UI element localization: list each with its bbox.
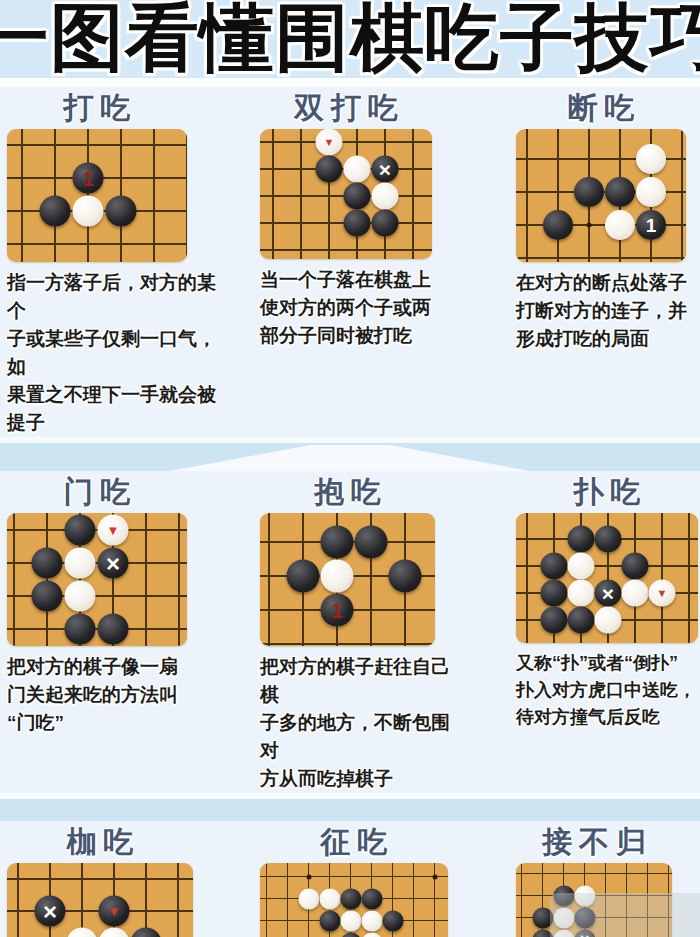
white-stone bbox=[298, 888, 319, 909]
card-puchi: 扑吃 ×▼ 又称“扑”或者“倒扑” 扑入对方虎口中送吃， 待对方撞气后反吃 bbox=[466, 471, 700, 793]
go-board-dachi: 1 bbox=[7, 129, 187, 262]
triangle-marker: ▼ bbox=[108, 905, 121, 918]
white-stone bbox=[595, 607, 622, 634]
go-board-jiachi: ×▼ bbox=[7, 863, 193, 937]
star-point bbox=[306, 874, 311, 879]
black-stone bbox=[287, 560, 320, 593]
black-stone bbox=[344, 183, 371, 210]
card-title: 门吃 bbox=[7, 471, 187, 511]
divider-highlight bbox=[0, 793, 700, 799]
black-stone: 1 bbox=[636, 210, 666, 240]
black-stone bbox=[65, 614, 96, 645]
white-stone bbox=[99, 928, 130, 937]
go-board-duanchi: 1 bbox=[516, 129, 686, 262]
go-board-shuangdachi: ▼× bbox=[260, 129, 432, 259]
divider-band-2 bbox=[0, 793, 700, 821]
white-stone bbox=[319, 888, 340, 909]
star-point bbox=[587, 223, 592, 228]
white-stone bbox=[636, 177, 666, 207]
card-title: 打吃 bbox=[7, 87, 187, 127]
card-title: 扑吃 bbox=[516, 471, 698, 511]
white-stone bbox=[361, 910, 382, 931]
black-stone: × bbox=[98, 548, 129, 579]
black-stone bbox=[605, 177, 635, 207]
card-jiachi: 枷吃 ×▼ 在对方棋子对角位将其子控 住，对方往哪边逃就追哪边， 必围棋子 bbox=[0, 821, 233, 937]
card-dachi: 打吃 1 指一方落子后，对方的某个 子或某些子仅剩一口气，如 果置之不理下一手就… bbox=[0, 87, 233, 437]
header-band: 一图看懂围棋吃子技巧 bbox=[0, 0, 700, 78]
black-stone bbox=[595, 526, 622, 553]
white-stone bbox=[65, 548, 96, 579]
black-stone bbox=[541, 553, 568, 580]
black-stone bbox=[340, 888, 361, 909]
black-stone bbox=[40, 196, 71, 227]
card-title: 接不归 bbox=[516, 821, 672, 861]
black-stone: × bbox=[372, 156, 399, 183]
card-description: 把对方的棋子像一扇 门关起来吃的方法叫 “门吃” bbox=[7, 653, 178, 737]
card-shuangdachi: 双打吃 ▼× 当一个子落在棋盘上 使对方的两个子或两 部分子同时被打吃 bbox=[233, 87, 466, 437]
techniques-row-1: 打吃 1 指一方落子后，对方的某个 子或某些子仅剩一口气，如 果置之不理下一手就… bbox=[0, 87, 700, 437]
card-title: 枷吃 bbox=[7, 821, 193, 861]
black-stone bbox=[543, 210, 573, 240]
black-stone bbox=[382, 910, 403, 931]
white-stone bbox=[568, 580, 595, 607]
black-stone bbox=[574, 177, 604, 207]
watermark bbox=[550, 893, 700, 937]
card-description: 当一个子落在棋盘上 使对方的两个子或两 部分子同时被打吃 bbox=[260, 266, 431, 350]
white-stone bbox=[636, 144, 666, 174]
black-stone bbox=[131, 928, 162, 937]
x-marker: × bbox=[106, 551, 120, 575]
header-divider-strip bbox=[0, 78, 700, 87]
card-title: 双打吃 bbox=[260, 87, 432, 127]
black-stone bbox=[32, 581, 63, 612]
white-stone: ▼ bbox=[98, 515, 129, 546]
divider-highlight bbox=[0, 437, 700, 443]
divider-band-1 bbox=[0, 437, 700, 471]
card-duanchi: 断吃 1 在对方的断点处落子 打断对方的连子，并 形成打吃的局面 bbox=[466, 87, 700, 437]
move-number-marker: 1 bbox=[82, 168, 93, 188]
black-stone bbox=[98, 614, 129, 645]
card-description: 把对方的棋子赶往自己棋 子多的地方，不断包围对 方从而吃掉棋子 bbox=[260, 653, 466, 793]
black-stone bbox=[372, 210, 399, 237]
card-menchi: 门吃 ▼× 把对方的棋子像一扇 门关起来吃的方法叫 “门吃” bbox=[0, 471, 233, 793]
go-board-baochi: 1 bbox=[260, 513, 435, 646]
card-zhengchi: 征吃 × 从两边连续打吃使对方只剩 一口气，直到最后把对方都 吃掉的着法，俗称“… bbox=[233, 821, 466, 937]
card-description: 在对方的断点处落子 打断对方的连子，并 形成打吃的局面 bbox=[516, 269, 687, 353]
black-stone bbox=[340, 932, 361, 937]
black-stone: ▼ bbox=[99, 896, 130, 927]
move-number-marker: 1 bbox=[646, 216, 657, 235]
black-stone bbox=[622, 553, 649, 580]
black-stone bbox=[541, 607, 568, 634]
white-stone bbox=[65, 581, 96, 612]
card-baochi: 抱吃 1 把对方的棋子赶往自己棋 子多的地方，不断包围对 方从而吃掉棋子 bbox=[233, 471, 466, 793]
white-stone bbox=[605, 210, 635, 240]
move-number-marker: 1 bbox=[331, 600, 343, 621]
white-stone bbox=[344, 156, 371, 183]
black-stone: × bbox=[595, 580, 622, 607]
white-stone bbox=[321, 560, 354, 593]
white-stone bbox=[73, 196, 104, 227]
trapezoid-shape bbox=[170, 445, 530, 471]
x-marker: × bbox=[379, 159, 391, 180]
go-board-puchi: ×▼ bbox=[516, 513, 698, 643]
star-point bbox=[432, 874, 437, 879]
black-stone bbox=[389, 560, 422, 593]
black-stone: × bbox=[35, 896, 66, 927]
black-stone bbox=[32, 548, 63, 579]
black-stone bbox=[106, 196, 137, 227]
white-stone bbox=[568, 553, 595, 580]
black-stone bbox=[568, 526, 595, 553]
white-stone bbox=[67, 928, 98, 937]
black-stone bbox=[541, 580, 568, 607]
go-board-zhengchi: × bbox=[260, 863, 448, 937]
card-title: 征吃 bbox=[260, 821, 448, 861]
black-stone bbox=[355, 526, 388, 559]
white-stone: ▼ bbox=[316, 129, 343, 156]
black-stone: 1 bbox=[321, 594, 354, 627]
black-stone bbox=[316, 156, 343, 183]
card-description: 又称“扑”或者“倒扑” 扑入对方虎口中送吃， 待对方撞气后反吃 bbox=[516, 650, 696, 731]
black-stone bbox=[361, 888, 382, 909]
techniques-row-2: 门吃 ▼× 把对方的棋子像一扇 门关起来吃的方法叫 “门吃” 抱吃 1 把对方的… bbox=[0, 471, 700, 793]
page-title: 一图看懂围棋吃子技巧 bbox=[0, 0, 700, 78]
black-stone bbox=[568, 607, 595, 634]
white-stone bbox=[340, 910, 361, 931]
black-stone bbox=[319, 910, 340, 931]
triangle-marker: ▼ bbox=[107, 524, 120, 537]
white-stone bbox=[372, 183, 399, 210]
black-stone: 1 bbox=[73, 163, 104, 194]
black-stone bbox=[321, 526, 354, 559]
white-stone: ▼ bbox=[649, 580, 676, 607]
card-title: 断吃 bbox=[516, 87, 686, 127]
triangle-marker: ▼ bbox=[657, 588, 668, 599]
go-board-menchi: ▼× bbox=[7, 513, 187, 646]
black-stone bbox=[65, 515, 96, 546]
x-marker: × bbox=[43, 899, 57, 923]
white-stone bbox=[622, 580, 649, 607]
x-marker: × bbox=[602, 583, 614, 604]
white-stone bbox=[361, 932, 382, 937]
card-title: 抱吃 bbox=[260, 471, 435, 511]
triangle-marker: ▼ bbox=[324, 137, 335, 148]
black-stone bbox=[344, 210, 371, 237]
card-description: 指一方落子后，对方的某个 子或某些子仅剩一口气，如 果置之不理下一手就会被提子 bbox=[7, 269, 233, 437]
